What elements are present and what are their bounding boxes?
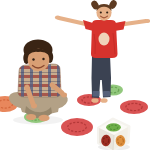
boy-right-hand (61, 93, 67, 98)
girl-left-hand (55, 16, 60, 20)
girl-figure (55, 0, 150, 103)
girl-right-eye (106, 11, 108, 13)
boy-right-foot (38, 115, 49, 121)
color-die (99, 119, 130, 150)
girl-left-sleeve (83, 20, 94, 31)
girl-left-foot (91, 98, 98, 103)
die-green-dot (106, 123, 121, 131)
girl-shirt-print (99, 33, 110, 46)
spot-disc (61, 118, 93, 136)
boy-left-foot (26, 114, 36, 120)
girl-right-foot (100, 98, 107, 103)
product-photo (0, 0, 150, 150)
girl-right-sleeve (115, 21, 126, 31)
boy-left-hand (31, 104, 37, 109)
boy-right-eye (42, 58, 44, 60)
boy-left-eye (32, 58, 34, 60)
girl-right-hand (145, 19, 150, 23)
floor-spot-far-right-spot (120, 100, 148, 114)
spot-disc (120, 100, 148, 114)
scene-illustration (0, 0, 150, 150)
boy-figure (7, 40, 70, 122)
girl-right-cuff (103, 91, 110, 97)
girl-left-eye (100, 11, 102, 13)
floor-spot-center-bottom-spot (61, 118, 93, 136)
girl-left-cuff (93, 91, 100, 97)
